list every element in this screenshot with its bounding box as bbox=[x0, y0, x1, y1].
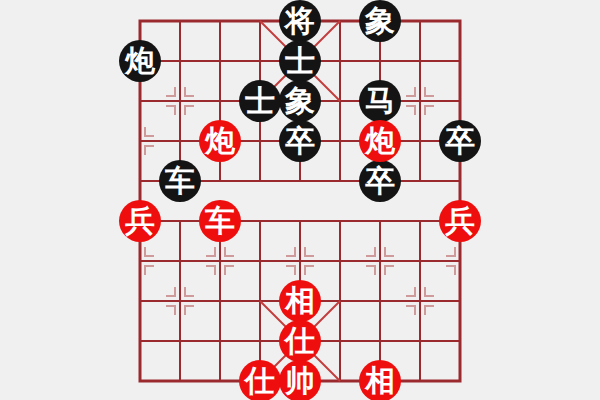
point-marker bbox=[406, 106, 415, 115]
point-marker bbox=[406, 306, 415, 315]
point-marker bbox=[425, 306, 434, 315]
red-elephant[interactable]: 相 bbox=[279, 280, 321, 322]
red-elephant[interactable]: 相 bbox=[359, 360, 401, 400]
point-marker bbox=[145, 146, 154, 155]
point-marker bbox=[185, 106, 194, 115]
black-soldier[interactable]: 卒 bbox=[359, 160, 401, 202]
point-marker bbox=[166, 287, 175, 296]
black-horse[interactable]: 马 bbox=[359, 80, 401, 122]
black-elephant[interactable]: 象 bbox=[359, 0, 401, 42]
point-marker bbox=[425, 106, 434, 115]
point-marker bbox=[206, 266, 215, 275]
red-chariot[interactable]: 车 bbox=[199, 200, 241, 242]
point-marker bbox=[145, 247, 154, 256]
point-marker bbox=[406, 287, 415, 296]
black-advisor[interactable]: 士 bbox=[239, 80, 281, 122]
black-chariot[interactable]: 车 bbox=[159, 160, 201, 202]
point-marker bbox=[366, 247, 375, 256]
red-advisor[interactable]: 仕 bbox=[239, 360, 281, 400]
point-marker bbox=[385, 266, 394, 275]
point-marker bbox=[185, 306, 194, 315]
red-soldier[interactable]: 兵 bbox=[119, 200, 161, 242]
black-soldier[interactable]: 卒 bbox=[279, 120, 321, 162]
point-marker bbox=[166, 106, 175, 115]
point-marker bbox=[446, 266, 455, 275]
red-cannon[interactable]: 炮 bbox=[199, 120, 241, 162]
red-advisor[interactable]: 仕 bbox=[279, 320, 321, 362]
red-general[interactable]: 帅 bbox=[279, 360, 321, 400]
point-marker bbox=[225, 266, 234, 275]
point-marker bbox=[225, 247, 234, 256]
point-marker bbox=[145, 266, 154, 275]
point-marker bbox=[185, 87, 194, 96]
point-marker bbox=[425, 287, 434, 296]
point-marker bbox=[385, 247, 394, 256]
point-marker bbox=[305, 266, 314, 275]
black-cannon[interactable]: 炮 bbox=[119, 40, 161, 82]
point-marker bbox=[145, 127, 154, 136]
point-marker bbox=[406, 87, 415, 96]
point-marker bbox=[166, 306, 175, 315]
black-elephant[interactable]: 象 bbox=[279, 80, 321, 122]
black-soldier[interactable]: 卒 bbox=[439, 120, 481, 162]
xiangqi-app: 将象炮士士象马卒卒车卒炮炮兵车兵相仕仕帅相 bbox=[0, 0, 600, 400]
point-marker bbox=[366, 266, 375, 275]
point-marker bbox=[446, 247, 455, 256]
point-marker bbox=[425, 87, 434, 96]
point-marker bbox=[286, 247, 295, 256]
red-cannon[interactable]: 炮 bbox=[359, 120, 401, 162]
black-general[interactable]: 将 bbox=[279, 0, 321, 42]
point-marker bbox=[166, 87, 175, 96]
point-marker bbox=[286, 266, 295, 275]
black-advisor[interactable]: 士 bbox=[279, 40, 321, 82]
red-soldier[interactable]: 兵 bbox=[439, 200, 481, 242]
point-marker bbox=[305, 247, 314, 256]
point-marker bbox=[206, 247, 215, 256]
point-marker bbox=[185, 287, 194, 296]
